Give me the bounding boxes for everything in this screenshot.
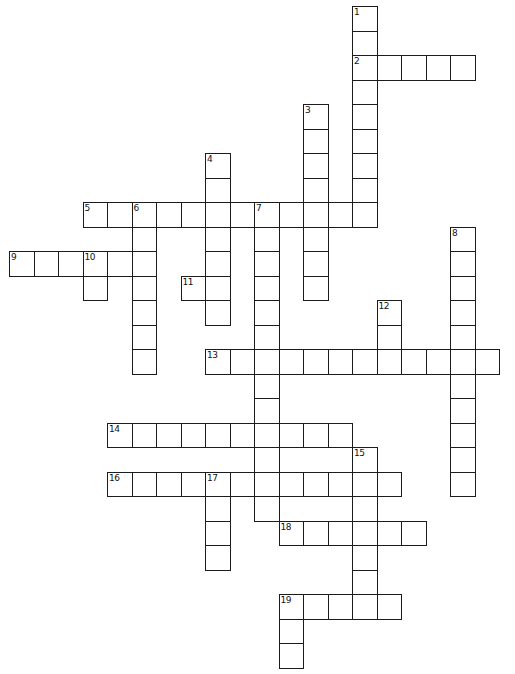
crossword-cell-r10-c10[interactable] (254, 251, 280, 277)
clue-number-2: 2 (354, 56, 359, 66)
crossword-cell-r14-c16[interactable] (401, 349, 427, 375)
crossword-cell-r17-c11[interactable] (279, 423, 305, 449)
crossword-cell-r14-c18[interactable] (450, 349, 476, 375)
clue-number-9: 9 (11, 252, 16, 262)
crossword-cell-r8-c14[interactable] (352, 202, 378, 228)
crossword-cell-r24-c13[interactable] (328, 594, 354, 620)
crossword-cell-r9-c18[interactable]: 8 (450, 227, 476, 253)
crossword-cell-r10-c1[interactable] (34, 251, 60, 277)
crossword-cell-r13-c5[interactable] (132, 325, 158, 351)
crossword-cell-r4-c14[interactable] (352, 104, 378, 130)
crossword-cell-r11-c8[interactable] (205, 276, 231, 302)
crossword-cell-r14-c17[interactable] (426, 349, 452, 375)
crossword-cell-r10-c3[interactable]: 10 (83, 251, 109, 277)
crossword-cell-r14-c11[interactable] (279, 349, 305, 375)
crossword-cell-r14-c5[interactable] (132, 349, 158, 375)
crossword-cell-r7-c14[interactable] (352, 178, 378, 204)
crossword-cell-r17-c7[interactable] (181, 423, 207, 449)
clue-number-16: 16 (109, 473, 119, 483)
crossword-cell-r18-c18[interactable] (450, 447, 476, 473)
clue-number-14: 14 (109, 424, 119, 434)
crossword-cell-r8-c9[interactable] (230, 202, 256, 228)
crossword-cell-r9-c10[interactable] (254, 227, 280, 253)
crossword-cell-r6-c12[interactable] (303, 153, 329, 179)
crossword-cell-r17-c13[interactable] (328, 423, 354, 449)
crossword-cell-r19-c15[interactable] (377, 472, 403, 498)
clue-number-10: 10 (85, 252, 95, 262)
crossword-cell-r4-c12[interactable]: 3 (303, 104, 329, 130)
crossword-cell-r20-c10[interactable] (254, 496, 280, 522)
crossword-cell-r8-c5[interactable]: 6 (132, 202, 158, 228)
crossword-cell-r5-c12[interactable] (303, 129, 329, 155)
crossword-cell-r11-c18[interactable] (450, 276, 476, 302)
crossword-cell-r24-c14[interactable] (352, 594, 378, 620)
crossword-cell-r22-c8[interactable] (205, 545, 231, 571)
clue-number-11: 11 (183, 277, 193, 287)
crossword-cell-r19-c9[interactable] (230, 472, 256, 498)
crossword-cell-r11-c10[interactable] (254, 276, 280, 302)
crossword-cell-r12-c8[interactable] (205, 300, 231, 326)
crossword-cell-r19-c14[interactable] (352, 472, 378, 498)
crossword-cell-r10-c18[interactable] (450, 251, 476, 277)
crossword-cell-r8-c7[interactable] (181, 202, 207, 228)
clue-number-5: 5 (85, 203, 90, 213)
crossword-cell-r7-c8[interactable] (205, 178, 231, 204)
crossword-cell-r19-c5[interactable] (132, 472, 158, 498)
crossword-cell-r12-c5[interactable] (132, 300, 158, 326)
crossword-cell-r13-c18[interactable] (450, 325, 476, 351)
crossword-cell-r7-c12[interactable] (303, 178, 329, 204)
crossword-cell-r6-c8[interactable]: 4 (205, 153, 231, 179)
crossword-cell-r14-c10[interactable] (254, 349, 280, 375)
crossword-cell-r21-c14[interactable] (352, 521, 378, 547)
crossword-cell-r24-c11[interactable]: 19 (279, 594, 305, 620)
crossword-cell-r12-c18[interactable] (450, 300, 476, 326)
crossword-cell-r8-c6[interactable] (156, 202, 182, 228)
crossword-cell-r9-c8[interactable] (205, 227, 231, 253)
crossword-cell-r16-c10[interactable] (254, 398, 280, 424)
crossword-cell-r9-c5[interactable] (132, 227, 158, 253)
crossword-cell-r17-c8[interactable] (205, 423, 231, 449)
crossword-cell-r19-c8[interactable]: 17 (205, 472, 231, 498)
clue-number-3: 3 (305, 105, 310, 115)
crossword-cell-r21-c15[interactable] (377, 521, 403, 547)
crossword-board: 12345678910111213141516171819 (0, 0, 515, 674)
crossword-cell-r10-c8[interactable] (205, 251, 231, 277)
crossword-cell-r10-c12[interactable] (303, 251, 329, 277)
crossword-cell-r3-c14[interactable] (352, 80, 378, 106)
crossword-cell-r19-c12[interactable] (303, 472, 329, 498)
clue-number-13: 13 (207, 350, 217, 360)
crossword-cell-r13-c10[interactable] (254, 325, 280, 351)
crossword-cell-r2-c18[interactable] (450, 55, 476, 81)
clue-number-8: 8 (452, 228, 457, 238)
crossword-cell-r8-c3[interactable]: 5 (83, 202, 109, 228)
clue-number-17: 17 (207, 473, 217, 483)
crossword-cell-r21-c8[interactable] (205, 521, 231, 547)
crossword-cell-r14-c13[interactable] (328, 349, 354, 375)
crossword-cell-r2-c14[interactable]: 2 (352, 55, 378, 81)
crossword-cell-r8-c8[interactable] (205, 202, 231, 228)
crossword-cell-r12-c15[interactable]: 12 (377, 300, 403, 326)
crossword-cell-r17-c10[interactable] (254, 423, 280, 449)
crossword-cell-r23-c14[interactable] (352, 570, 378, 596)
clue-number-7: 7 (256, 203, 261, 213)
crossword-cell-r14-c14[interactable] (352, 349, 378, 375)
crossword-cell-r17-c12[interactable] (303, 423, 329, 449)
crossword-cell-r2-c17[interactable] (426, 55, 452, 81)
crossword-cell-r17-c18[interactable] (450, 423, 476, 449)
crossword-cell-r14-c9[interactable] (230, 349, 256, 375)
clue-number-19: 19 (281, 595, 291, 605)
crossword-cell-r17-c4[interactable]: 14 (107, 423, 133, 449)
crossword-cell-r8-c10[interactable]: 7 (254, 202, 280, 228)
crossword-cell-r19-c7[interactable] (181, 472, 207, 498)
crossword-cell-r8-c11[interactable] (279, 202, 305, 228)
crossword-cell-r19-c11[interactable] (279, 472, 305, 498)
clue-number-1: 1 (354, 7, 359, 17)
crossword-cell-r24-c12[interactable] (303, 594, 329, 620)
crossword-cell-r2-c15[interactable] (377, 55, 403, 81)
crossword-cell-r17-c9[interactable] (230, 423, 256, 449)
crossword-cell-r2-c16[interactable] (401, 55, 427, 81)
crossword-cell-r8-c4[interactable] (107, 202, 133, 228)
crossword-cell-r15-c18[interactable] (450, 374, 476, 400)
crossword-cell-r21-c13[interactable] (328, 521, 354, 547)
crossword-cell-r17-c5[interactable] (132, 423, 158, 449)
crossword-cell-r5-c14[interactable] (352, 129, 378, 155)
crossword-cell-r19-c4[interactable]: 16 (107, 472, 133, 498)
crossword-cell-r18-c14[interactable]: 15 (352, 447, 378, 473)
crossword-cell-r20-c14[interactable] (352, 496, 378, 522)
crossword-cell-r14-c19[interactable] (475, 349, 501, 375)
crossword-cell-r9-c12[interactable] (303, 227, 329, 253)
crossword-cell-r6-c14[interactable] (352, 153, 378, 179)
crossword-cell-r19-c18[interactable] (450, 472, 476, 498)
crossword-cell-r11-c5[interactable] (132, 276, 158, 302)
crossword-cell-r0-c14[interactable]: 1 (352, 6, 378, 32)
crossword-cell-r10-c2[interactable] (58, 251, 84, 277)
crossword-cell-r11-c12[interactable] (303, 276, 329, 302)
crossword-cell-r11-c3[interactable] (83, 276, 109, 302)
crossword-cell-r10-c4[interactable] (107, 251, 133, 277)
clue-number-6: 6 (134, 203, 139, 213)
crossword-cell-r14-c8[interactable]: 13 (205, 349, 231, 375)
crossword-cell-r19-c6[interactable] (156, 472, 182, 498)
crossword-cell-r21-c12[interactable] (303, 521, 329, 547)
crossword-cell-r18-c10[interactable] (254, 447, 280, 473)
crossword-cell-r25-c11[interactable] (279, 619, 305, 645)
crossword-page: 12345678910111213141516171819 (0, 0, 515, 674)
crossword-cell-r10-c0[interactable]: 9 (9, 251, 35, 277)
crossword-cell-r8-c12[interactable] (303, 202, 329, 228)
crossword-cell-r15-c10[interactable] (254, 374, 280, 400)
crossword-cell-r16-c18[interactable] (450, 398, 476, 424)
crossword-cell-r17-c6[interactable] (156, 423, 182, 449)
crossword-cell-r20-c8[interactable] (205, 496, 231, 522)
crossword-cell-r13-c15[interactable] (377, 325, 403, 351)
crossword-cell-r10-c5[interactable] (132, 251, 158, 277)
crossword-cell-r12-c10[interactable] (254, 300, 280, 326)
crossword-cell-r21-c11[interactable]: 18 (279, 521, 305, 547)
crossword-cell-r21-c16[interactable] (401, 521, 427, 547)
crossword-cell-r14-c15[interactable] (377, 349, 403, 375)
crossword-cell-r19-c10[interactable] (254, 472, 280, 498)
crossword-cell-r26-c11[interactable] (279, 643, 305, 669)
clue-number-15: 15 (354, 448, 364, 458)
clue-number-18: 18 (281, 522, 291, 532)
crossword-cell-r19-c13[interactable] (328, 472, 354, 498)
crossword-cell-r22-c14[interactable] (352, 545, 378, 571)
clue-number-12: 12 (379, 301, 389, 311)
crossword-cell-r14-c12[interactable] (303, 349, 329, 375)
crossword-cell-r8-c13[interactable] (328, 202, 354, 228)
crossword-cell-r11-c7[interactable]: 11 (181, 276, 207, 302)
crossword-cell-r1-c14[interactable] (352, 31, 378, 57)
crossword-cell-r24-c15[interactable] (377, 594, 403, 620)
clue-number-4: 4 (207, 154, 212, 164)
